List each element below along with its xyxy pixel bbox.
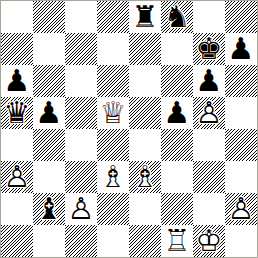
- square-h4[interactable]: [225, 129, 257, 161]
- piece-silhouette: ♚: [193, 225, 225, 257]
- white-pawn-piece: ♙: [193, 97, 225, 129]
- square-d3[interactable]: ♝♗: [97, 161, 129, 193]
- square-d2[interactable]: [97, 193, 129, 225]
- square-h7[interactable]: ♟♟: [225, 33, 257, 65]
- square-d1[interactable]: [97, 225, 129, 257]
- square-c7[interactable]: [65, 33, 97, 65]
- square-a4[interactable]: [1, 129, 33, 161]
- black-bishop-piece: ♝: [33, 193, 65, 225]
- piece-silhouette: ♚: [193, 33, 225, 65]
- square-g5[interactable]: ♟♙: [193, 97, 225, 129]
- black-pawn-piece: ♟: [193, 65, 225, 97]
- square-g2[interactable]: [193, 193, 225, 225]
- square-h1[interactable]: [225, 225, 257, 257]
- square-a6[interactable]: ♟♟: [1, 65, 33, 97]
- square-d6[interactable]: [97, 65, 129, 97]
- square-c2[interactable]: ♟♙: [65, 193, 97, 225]
- square-e1[interactable]: [129, 225, 161, 257]
- square-c4[interactable]: [65, 129, 97, 161]
- square-b5[interactable]: ♟♟: [33, 97, 65, 129]
- white-bishop-piece: ♗: [129, 161, 161, 193]
- square-b3[interactable]: [33, 161, 65, 193]
- piece-silhouette: ♟: [1, 161, 33, 193]
- piece-silhouette: ♛: [1, 97, 33, 129]
- square-b7[interactable]: [33, 33, 65, 65]
- black-pawn-piece: ♟: [1, 65, 33, 97]
- square-h5[interactable]: [225, 97, 257, 129]
- square-e2[interactable]: [129, 193, 161, 225]
- square-d4[interactable]: [97, 129, 129, 161]
- square-c8[interactable]: [65, 1, 97, 33]
- square-c1[interactable]: [65, 225, 97, 257]
- square-g7[interactable]: ♚♚: [193, 33, 225, 65]
- square-e6[interactable]: [129, 65, 161, 97]
- piece-silhouette: ♟: [193, 97, 225, 129]
- square-e5[interactable]: [129, 97, 161, 129]
- square-f4[interactable]: [161, 129, 193, 161]
- piece-silhouette: ♟: [225, 33, 257, 65]
- square-b4[interactable]: [33, 129, 65, 161]
- square-a3[interactable]: ♟♙: [1, 161, 33, 193]
- black-pawn-piece: ♟: [161, 97, 193, 129]
- square-b2[interactable]: ♝♝: [33, 193, 65, 225]
- white-pawn-piece: ♙: [225, 193, 257, 225]
- chess-diagram-frame: ♜♜♞♞♚♚♟♟♟♟♟♟♛♛♟♟♛♕♟♟♟♙♟♙♝♗♝♗♝♝♟♙♟♙♜♖♚♔: [0, 0, 258, 258]
- black-queen-piece: ♛: [1, 97, 33, 129]
- square-e7[interactable]: [129, 33, 161, 65]
- square-f6[interactable]: [161, 65, 193, 97]
- square-a8[interactable]: [1, 1, 33, 33]
- square-a2[interactable]: [1, 193, 33, 225]
- white-rook-piece: ♖: [161, 225, 193, 257]
- square-d5[interactable]: ♛♕: [97, 97, 129, 129]
- square-a5[interactable]: ♛♛: [1, 97, 33, 129]
- piece-silhouette: ♜: [161, 225, 193, 257]
- square-c3[interactable]: [65, 161, 97, 193]
- square-c5[interactable]: [65, 97, 97, 129]
- white-pawn-piece: ♙: [1, 161, 33, 193]
- piece-silhouette: ♜: [129, 1, 161, 33]
- square-d7[interactable]: [97, 33, 129, 65]
- square-d8[interactable]: [97, 1, 129, 33]
- square-h3[interactable]: [225, 161, 257, 193]
- black-king-piece: ♚: [193, 33, 225, 65]
- piece-silhouette: ♟: [33, 97, 65, 129]
- square-f1[interactable]: ♜♖: [161, 225, 193, 257]
- white-king-piece: ♔: [193, 225, 225, 257]
- white-pawn-piece: ♙: [65, 193, 97, 225]
- square-h8[interactable]: [225, 1, 257, 33]
- square-f5[interactable]: ♟♟: [161, 97, 193, 129]
- square-a7[interactable]: [1, 33, 33, 65]
- piece-silhouette: ♞: [161, 1, 193, 33]
- square-g6[interactable]: ♟♟: [193, 65, 225, 97]
- square-f7[interactable]: [161, 33, 193, 65]
- piece-silhouette: ♟: [193, 65, 225, 97]
- piece-silhouette: ♛: [97, 97, 129, 129]
- square-f8[interactable]: ♞♞: [161, 1, 193, 33]
- square-e8[interactable]: ♜♜: [129, 1, 161, 33]
- square-b1[interactable]: [33, 225, 65, 257]
- black-pawn-piece: ♟: [33, 97, 65, 129]
- piece-silhouette: ♝: [33, 193, 65, 225]
- piece-silhouette: ♟: [225, 193, 257, 225]
- piece-silhouette: ♟: [65, 193, 97, 225]
- piece-silhouette: ♟: [161, 97, 193, 129]
- square-b8[interactable]: [33, 1, 65, 33]
- black-pawn-piece: ♟: [225, 33, 257, 65]
- square-c6[interactable]: [65, 65, 97, 97]
- square-e4[interactable]: [129, 129, 161, 161]
- piece-silhouette: ♝: [129, 161, 161, 193]
- square-g3[interactable]: [193, 161, 225, 193]
- square-g4[interactable]: [193, 129, 225, 161]
- white-queen-piece: ♕: [97, 97, 129, 129]
- square-g8[interactable]: [193, 1, 225, 33]
- black-knight-piece: ♞: [161, 1, 193, 33]
- piece-silhouette: ♝: [97, 161, 129, 193]
- square-e3[interactable]: ♝♗: [129, 161, 161, 193]
- square-h2[interactable]: ♟♙: [225, 193, 257, 225]
- white-bishop-piece: ♗: [97, 161, 129, 193]
- square-f2[interactable]: [161, 193, 193, 225]
- square-b6[interactable]: [33, 65, 65, 97]
- black-rook-piece: ♜: [129, 1, 161, 33]
- square-g1[interactable]: ♚♔: [193, 225, 225, 257]
- piece-silhouette: ♟: [1, 65, 33, 97]
- square-h6[interactable]: [225, 65, 257, 97]
- square-a1[interactable]: [1, 225, 33, 257]
- chess-board: ♜♜♞♞♚♚♟♟♟♟♟♟♛♛♟♟♛♕♟♟♟♙♟♙♝♗♝♗♝♝♟♙♟♙♜♖♚♔: [1, 1, 257, 257]
- square-f3[interactable]: [161, 161, 193, 193]
